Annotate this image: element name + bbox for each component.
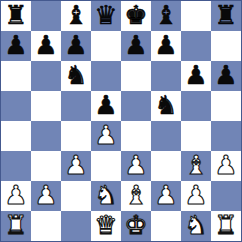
piece-white-king: ♚ [124, 211, 147, 240]
piece-black-rook: ♜ [214, 1, 237, 30]
square-a7[interactable]: ♟ [1, 31, 31, 61]
piece-white-bishop: ♝ [124, 181, 147, 210]
square-c1[interactable] [61, 211, 91, 241]
square-g8[interactable] [181, 1, 211, 31]
square-b5[interactable] [31, 91, 61, 121]
square-a6[interactable] [1, 61, 31, 91]
square-d3[interactable] [91, 151, 121, 181]
piece-black-pawn: ♟ [34, 31, 57, 60]
piece-black-bishop: ♝ [64, 1, 87, 30]
piece-white-rook: ♜ [4, 211, 27, 240]
square-h1[interactable]: ♜ [211, 211, 241, 241]
piece-black-king: ♚ [124, 1, 147, 30]
square-f2[interactable]: ♟ [151, 181, 181, 211]
square-f7[interactable]: ♟ [151, 31, 181, 61]
square-b2[interactable]: ♟ [31, 181, 61, 211]
piece-black-pawn: ♟ [124, 31, 147, 60]
square-e8[interactable]: ♚ [121, 1, 151, 31]
square-h3[interactable]: ♟ [211, 151, 241, 181]
piece-white-pawn: ♟ [94, 121, 117, 150]
square-f8[interactable]: ♝ [151, 1, 181, 31]
piece-black-pawn: ♟ [154, 31, 177, 60]
piece-white-pawn: ♟ [184, 181, 207, 210]
piece-black-pawn: ♟ [184, 61, 207, 90]
square-e3[interactable]: ♟ [121, 151, 151, 181]
square-g1[interactable]: ♞ [181, 211, 211, 241]
square-f5[interactable]: ♞ [151, 91, 181, 121]
square-e6[interactable] [121, 61, 151, 91]
piece-white-knight: ♞ [94, 181, 117, 210]
square-b8[interactable] [31, 1, 61, 31]
square-e1[interactable]: ♚ [121, 211, 151, 241]
piece-black-pawn: ♟ [214, 61, 237, 90]
square-f6[interactable] [151, 61, 181, 91]
square-g2[interactable]: ♟ [181, 181, 211, 211]
square-b1[interactable] [31, 211, 61, 241]
square-c7[interactable]: ♟ [61, 31, 91, 61]
square-c5[interactable] [61, 91, 91, 121]
square-b3[interactable] [31, 151, 61, 181]
square-h4[interactable] [211, 121, 241, 151]
chess-board-container: ♜♝♛♚♝♜♟♟♟♟♟♞♟♟♟♞♟♟♟♝♟♟♟♞♝♟♟♜♛♚♞♜ [0, 0, 242, 242]
square-g3[interactable]: ♝ [181, 151, 211, 181]
square-h2[interactable] [211, 181, 241, 211]
square-d7[interactable] [91, 31, 121, 61]
square-b7[interactable]: ♟ [31, 31, 61, 61]
square-h6[interactable]: ♟ [211, 61, 241, 91]
piece-white-queen: ♛ [94, 211, 117, 240]
piece-white-pawn: ♟ [214, 151, 237, 180]
square-f4[interactable] [151, 121, 181, 151]
piece-black-pawn: ♟ [94, 91, 117, 120]
square-d6[interactable] [91, 61, 121, 91]
square-e7[interactable]: ♟ [121, 31, 151, 61]
piece-black-bishop: ♝ [154, 1, 177, 30]
square-d5[interactable]: ♟ [91, 91, 121, 121]
square-g5[interactable] [181, 91, 211, 121]
piece-white-pawn: ♟ [64, 151, 87, 180]
square-d2[interactable]: ♞ [91, 181, 121, 211]
piece-white-pawn: ♟ [124, 151, 147, 180]
piece-white-pawn: ♟ [34, 181, 57, 210]
square-a4[interactable] [1, 121, 31, 151]
square-a8[interactable]: ♜ [1, 1, 31, 31]
square-d8[interactable]: ♛ [91, 1, 121, 31]
square-c2[interactable] [61, 181, 91, 211]
square-e5[interactable] [121, 91, 151, 121]
square-b6[interactable] [31, 61, 61, 91]
square-c3[interactable]: ♟ [61, 151, 91, 181]
square-e4[interactable] [121, 121, 151, 151]
square-c8[interactable]: ♝ [61, 1, 91, 31]
piece-black-knight: ♞ [154, 91, 177, 120]
square-a3[interactable] [1, 151, 31, 181]
piece-white-pawn: ♟ [154, 181, 177, 210]
square-c4[interactable] [61, 121, 91, 151]
square-d4[interactable]: ♟ [91, 121, 121, 151]
square-h7[interactable] [211, 31, 241, 61]
chess-board: ♜♝♛♚♝♜♟♟♟♟♟♞♟♟♟♞♟♟♟♝♟♟♟♞♝♟♟♜♛♚♞♜ [0, 0, 242, 242]
piece-white-bishop: ♝ [184, 151, 207, 180]
square-a2[interactable]: ♟ [1, 181, 31, 211]
square-e2[interactable]: ♝ [121, 181, 151, 211]
square-a5[interactable] [1, 91, 31, 121]
piece-black-knight: ♞ [64, 61, 87, 90]
square-d1[interactable]: ♛ [91, 211, 121, 241]
square-b4[interactable] [31, 121, 61, 151]
square-f1[interactable] [151, 211, 181, 241]
piece-black-queen: ♛ [94, 1, 117, 30]
square-g7[interactable] [181, 31, 211, 61]
square-c6[interactable]: ♞ [61, 61, 91, 91]
piece-white-rook: ♜ [214, 211, 237, 240]
piece-black-rook: ♜ [4, 1, 27, 30]
piece-black-pawn: ♟ [4, 31, 27, 60]
square-a1[interactable]: ♜ [1, 211, 31, 241]
square-g6[interactable]: ♟ [181, 61, 211, 91]
piece-white-knight: ♞ [184, 211, 207, 240]
square-h8[interactable]: ♜ [211, 1, 241, 31]
piece-black-pawn: ♟ [64, 31, 87, 60]
piece-white-pawn: ♟ [4, 181, 27, 210]
square-g4[interactable] [181, 121, 211, 151]
square-h5[interactable] [211, 91, 241, 121]
square-f3[interactable] [151, 151, 181, 181]
